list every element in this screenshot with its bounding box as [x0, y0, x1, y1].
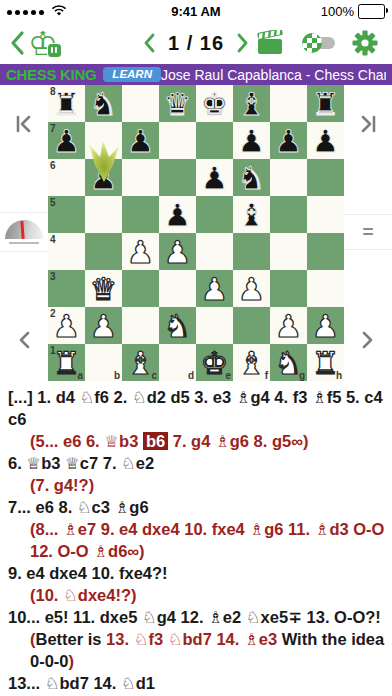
black-rook-h8[interactable]: ♜ [307, 85, 344, 122]
rank-label: 2 [50, 308, 56, 319]
square-b4[interactable] [85, 233, 122, 270]
square-h1[interactable]: h♜ [307, 344, 344, 381]
square-d4[interactable]: ♟ [159, 233, 196, 270]
square-d8[interactable]: ♛ [159, 85, 196, 122]
go-to-end-button[interactable] [357, 113, 379, 135]
square-c3[interactable] [122, 270, 159, 307]
move-line[interactable]: (Better is 13. ♘f3 ♘bd7 14. ♗e3 With the… [8, 628, 384, 650]
movie-clapper-button[interactable] [257, 30, 284, 56]
white-pawn-b2[interactable]: ♟ [85, 307, 122, 344]
move-list: [...] 1. d4 ♘f6 2. ♘d2 d5 3. e3 ♗g4 4. f… [0, 381, 392, 696]
back-button[interactable]: ♔ [8, 27, 58, 60]
mainline-text[interactable]: [...] 1. d4 ♘f6 2. ♘d2 d5 3. e3 ♗g4 4. f… [8, 388, 383, 406]
square-f3[interactable]: ♟ [233, 270, 270, 307]
next-move-button[interactable] [359, 329, 377, 351]
square-f7[interactable]: ♟ [233, 122, 270, 159]
evaluation-gauge [0, 212, 48, 252]
square-a5[interactable]: 5 [48, 196, 85, 233]
move-line[interactable]: [...] 1. d4 ♘f6 2. ♘d2 d5 3. e3 ♗g4 4. f… [8, 386, 384, 408]
chess-king-logo-icon: ♔ [28, 27, 58, 60]
move-line[interactable]: (5... e6 6. ♕b3 b6 7. g4 ♗g6 8. g5∞) [8, 430, 384, 452]
white-pawn-f3[interactable]: ♟ [233, 270, 270, 307]
square-b3[interactable]: ♛ [85, 270, 122, 307]
mainline-text[interactable]: With the idea [277, 630, 384, 648]
square-a2[interactable]: 2♟ [48, 307, 85, 344]
square-c5[interactable] [122, 196, 159, 233]
move-line[interactable]: (10. ♘dxe4!?) [8, 584, 384, 606]
white-pawn-d4[interactable]: ♟ [159, 233, 196, 270]
status-time: 9:41 AM [0, 4, 392, 19]
square-b1[interactable]: b [85, 344, 122, 381]
square-h7[interactable]: ♟ [307, 122, 344, 159]
file-label: e [225, 370, 231, 381]
square-d5[interactable]: ♟ [159, 196, 196, 233]
square-f2[interactable] [233, 307, 270, 344]
mainline-text[interactable]: 7... e6 8. ♘c3 ♗g6 [8, 498, 149, 516]
square-d2[interactable]: ♞ [159, 307, 196, 344]
square-b2[interactable]: ♟ [85, 307, 122, 344]
black-bishop-f8[interactable]: ♝ [233, 85, 270, 122]
move-line[interactable]: 7... e6 8. ♘c3 ♗g6 [8, 496, 384, 518]
mainline-text[interactable]: 6. ♕b3 ♕c7 7. ♘e2 [8, 454, 154, 472]
move-line[interactable]: c6 [8, 408, 384, 430]
rank-label: 1 [50, 345, 56, 356]
square-a1[interactable]: 1a♜ [48, 344, 85, 381]
variation-text[interactable]: (5... e6 6. ♕b3 [30, 432, 143, 450]
move-line[interactable]: 6. ♕b3 ♕c7 7. ♘e2 [8, 452, 384, 474]
square-f8[interactable]: ♝ [233, 85, 270, 122]
current-move-highlight[interactable]: b6 [143, 432, 168, 450]
square-h8[interactable]: ♜ [307, 85, 344, 122]
square-c6[interactable] [122, 159, 159, 196]
white-pawn-e3[interactable]: ♟ [196, 270, 233, 307]
square-b5[interactable] [85, 196, 122, 233]
variation-text[interactable]: 12. O-O ♗d6∞) [30, 542, 145, 560]
go-to-start-button[interactable] [13, 113, 35, 135]
square-h4[interactable] [307, 233, 344, 270]
move-line[interactable]: 10... e5! 11. dxe5 ♘g4 12. ♗e2 ♘xe5∓ 13.… [8, 606, 384, 628]
white-knight-d2[interactable]: ♞ [159, 307, 196, 344]
variation-text[interactable]: (8... ♗e7 9. e4 dxe4 10. fxe4 ♗g6 11. ♗d… [30, 520, 384, 538]
square-c4[interactable]: ♟ [122, 233, 159, 270]
nav-bar: ♔ 1 / 16 [0, 22, 392, 64]
square-h3[interactable] [307, 270, 344, 307]
square-d3[interactable] [159, 270, 196, 307]
square-g5[interactable] [270, 196, 307, 233]
variation-text[interactable]: (7. g4!?) [30, 476, 94, 494]
black-knight-b8[interactable]: ♞ [85, 85, 122, 122]
mainline-text[interactable]: c6 [8, 410, 26, 428]
square-c1[interactable]: c♝ [122, 344, 159, 381]
rank-label: 8 [50, 86, 56, 97]
square-g4[interactable] [270, 233, 307, 270]
right-rail: = [344, 85, 392, 381]
square-e6[interactable]: ♟ [196, 159, 233, 196]
course-title: Jose Raul Capablanca - Chess Champion [161, 67, 386, 83]
square-g1[interactable]: g♞ [270, 344, 307, 381]
file-label: a [77, 370, 83, 381]
square-e4[interactable] [196, 233, 233, 270]
white-pawn-g2[interactable]: ♟ [270, 307, 307, 344]
white-pawn-c4[interactable]: ♟ [122, 233, 159, 270]
rank-label: 5 [50, 197, 56, 208]
rank-label: 6 [50, 160, 56, 171]
square-f6[interactable]: ♞ [233, 159, 270, 196]
black-pawn-e6[interactable]: ♟ [196, 159, 233, 196]
square-e3[interactable]: ♟ [196, 270, 233, 307]
chess-king-wordmark: CHESS KING [6, 66, 96, 83]
square-g2[interactable]: ♟ [270, 307, 307, 344]
square-a7[interactable]: 7♟ [48, 122, 85, 159]
black-knight-f6[interactable]: ♞ [233, 159, 270, 196]
black-king-e8[interactable]: ♚ [196, 85, 233, 122]
file-label: h [336, 370, 342, 381]
square-a3[interactable]: 3 [48, 270, 85, 307]
square-e2[interactable] [196, 307, 233, 344]
battery-icon [358, 4, 385, 19]
square-f5[interactable]: ♝ [233, 196, 270, 233]
square-d6[interactable] [159, 159, 196, 196]
file-label: f [265, 370, 268, 381]
square-g7[interactable]: ♟ [270, 122, 307, 159]
square-d1[interactable]: d [159, 344, 196, 381]
square-f1[interactable]: f♝ [233, 344, 270, 381]
rank-label: 3 [50, 271, 56, 282]
square-e1[interactable]: e♚ [196, 344, 233, 381]
move-line[interactable]: (8... ♗e7 9. e4 dxe4 10. fxe4 ♗g6 11. ♗d… [8, 518, 384, 540]
back-chevron-icon [8, 28, 26, 58]
variation-text[interactable]: ) [69, 652, 75, 670]
rank-label: 7 [50, 123, 56, 134]
left-rail [0, 85, 48, 381]
black-pawn-h7[interactable]: ♟ [307, 122, 344, 159]
white-queen-b3[interactable]: ♛ [85, 270, 122, 307]
square-g8[interactable] [270, 85, 307, 122]
white-pawn-h2[interactable]: ♟ [307, 307, 344, 344]
move-line[interactable]: 12. O-O ♗d6∞) [8, 540, 384, 562]
course-banner: CHESS KING LEARN Jose Raul Capablanca - … [0, 64, 392, 85]
mainline-text[interactable]: Better is [36, 630, 107, 648]
variation-text[interactable]: 7. g4 ♗g6 8. g5∞) [168, 432, 308, 450]
rank-label: 4 [50, 234, 56, 245]
file-label: g [299, 370, 305, 381]
status-bar: 9:41 AM 100% [0, 0, 392, 22]
square-e7[interactable] [196, 122, 233, 159]
square-b8[interactable]: ♞ [85, 85, 122, 122]
file-label: c [151, 370, 157, 381]
chess-board[interactable]: 8♜♞♛♚♝♜7♟♟♟♟♟6♟♟♞5♟♝4♟♟3♛♟♟2♟♟♞♟♟1a♜bc♝d… [48, 85, 344, 381]
prev-move-button[interactable] [15, 329, 33, 351]
prev-page-button[interactable] [142, 31, 156, 55]
black-pawn-c7[interactable]: ♟ [122, 122, 159, 159]
square-d7[interactable] [159, 122, 196, 159]
square-a6[interactable]: 6 [48, 159, 85, 196]
square-c8[interactable] [122, 85, 159, 122]
square-h5[interactable] [307, 196, 344, 233]
black-pawn-f7[interactable]: ♟ [233, 122, 270, 159]
mainline-text[interactable]: 0-0-0 [30, 652, 69, 670]
mini-board-icon [301, 32, 323, 54]
last-move-star-icon [86, 140, 122, 184]
mainline-text[interactable]: 10... e5! 11. dxe5 ♘g4 12. ♗e2 ♘xe5∓ 13.… [8, 608, 381, 626]
move-line[interactable]: (7. g4!?) [8, 474, 384, 496]
square-h2[interactable]: ♟ [307, 307, 344, 344]
square-e5[interactable] [196, 196, 233, 233]
square-e8[interactable]: ♚ [196, 85, 233, 122]
square-g6[interactable] [270, 159, 307, 196]
square-a4[interactable]: 4 [48, 233, 85, 270]
evaluation-equal-button[interactable]: = [362, 222, 373, 242]
square-c2[interactable] [122, 307, 159, 344]
variation-text[interactable]: (10. ♘dxe4!?) [30, 586, 137, 604]
black-bishop-f5[interactable]: ♝ [233, 196, 270, 233]
move-line[interactable]: 9. e4 dxe4 10. fxe4?! [8, 562, 384, 584]
mainline-text[interactable]: 9. e4 dxe4 10. fxe4?! [8, 564, 168, 582]
file-label: b [114, 370, 120, 381]
black-pawn-g7[interactable]: ♟ [270, 122, 307, 159]
square-c7[interactable]: ♟ [122, 122, 159, 159]
black-queen-d8[interactable]: ♛ [159, 85, 196, 122]
mainline-text[interactable]: 13... ♘bd7 14. ♘d1 [8, 674, 155, 692]
move-line[interactable]: 0-0-0) [8, 650, 384, 672]
settings-gear-button[interactable] [352, 30, 378, 56]
learn-badge: LEARN [103, 67, 161, 82]
square-h6[interactable] [307, 159, 344, 196]
file-label: d [188, 370, 194, 381]
variation-text[interactable]: 13. ♘f3 ♘bd7 14. ♗e3 [106, 630, 277, 648]
page-counter: 1 / 16 [168, 32, 224, 55]
square-g3[interactable] [270, 270, 307, 307]
black-pawn-d5[interactable]: ♟ [159, 196, 196, 233]
square-f4[interactable] [233, 233, 270, 270]
next-page-button[interactable] [236, 31, 250, 55]
board-preview-toggle[interactable] [301, 33, 335, 53]
move-line[interactable]: 13... ♘bd7 14. ♘d1 [8, 672, 384, 694]
square-a8[interactable]: 8♜ [48, 85, 85, 122]
